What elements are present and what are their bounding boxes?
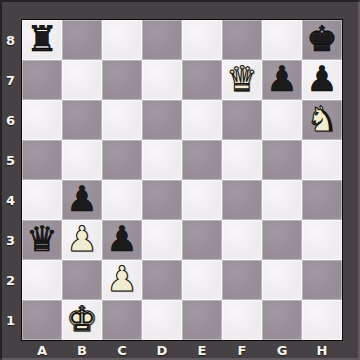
- square-e8[interactable]: [182, 20, 222, 60]
- square-b1[interactable]: ♚: [62, 300, 102, 340]
- square-b4[interactable]: ♟: [62, 180, 102, 220]
- black-pawn[interactable]: ♟: [266, 60, 297, 99]
- square-g2[interactable]: [262, 260, 302, 300]
- file-label-d: D: [142, 341, 182, 359]
- square-h1[interactable]: [302, 300, 342, 340]
- square-c4[interactable]: [102, 180, 142, 220]
- square-e5[interactable]: [182, 140, 222, 180]
- white-knight[interactable]: ♞: [306, 100, 337, 139]
- file-label-a: A: [22, 341, 62, 359]
- square-d3[interactable]: [142, 220, 182, 260]
- square-g4[interactable]: [262, 180, 302, 220]
- rank-label-6: 6: [0, 100, 21, 140]
- square-e6[interactable]: [182, 100, 222, 140]
- square-d5[interactable]: [142, 140, 182, 180]
- file-label-g: G: [262, 341, 302, 359]
- square-d2[interactable]: [142, 260, 182, 300]
- square-a3[interactable]: ♛: [22, 220, 62, 260]
- square-g3[interactable]: [262, 220, 302, 260]
- square-a5[interactable]: [22, 140, 62, 180]
- white-queen[interactable]: ♛: [226, 60, 257, 99]
- white-pawn[interactable]: ♟: [66, 220, 97, 259]
- square-e1[interactable]: [182, 300, 222, 340]
- square-f4[interactable]: [222, 180, 262, 220]
- square-g7[interactable]: ♟: [262, 60, 302, 100]
- square-h5[interactable]: [302, 140, 342, 180]
- square-g5[interactable]: [262, 140, 302, 180]
- square-b3[interactable]: ♟: [62, 220, 102, 260]
- square-d6[interactable]: [142, 100, 182, 140]
- square-c5[interactable]: [102, 140, 142, 180]
- square-g6[interactable]: [262, 100, 302, 140]
- square-a2[interactable]: [22, 260, 62, 300]
- square-h3[interactable]: [302, 220, 342, 260]
- black-pawn[interactable]: ♟: [66, 180, 97, 219]
- square-a6[interactable]: [22, 100, 62, 140]
- square-h7[interactable]: ♟: [302, 60, 342, 100]
- square-c3[interactable]: ♟: [102, 220, 142, 260]
- rank-label-7: 7: [0, 60, 21, 100]
- square-c2[interactable]: ♟: [102, 260, 142, 300]
- square-f3[interactable]: [222, 220, 262, 260]
- square-a4[interactable]: [22, 180, 62, 220]
- square-f8[interactable]: [222, 20, 262, 60]
- square-d4[interactable]: [142, 180, 182, 220]
- rank-label-8: 8: [0, 20, 21, 60]
- rank-label-5: 5: [0, 140, 21, 180]
- black-pawn[interactable]: ♟: [106, 220, 137, 259]
- square-e3[interactable]: [182, 220, 222, 260]
- square-f1[interactable]: [222, 300, 262, 340]
- square-e4[interactable]: [182, 180, 222, 220]
- square-d7[interactable]: [142, 60, 182, 100]
- square-h4[interactable]: [302, 180, 342, 220]
- chess-board: ♜♚♛♟♟♞♟♛♟♟♟♚: [21, 19, 343, 341]
- square-b2[interactable]: [62, 260, 102, 300]
- square-a1[interactable]: [22, 300, 62, 340]
- square-g1[interactable]: [262, 300, 302, 340]
- white-pawn[interactable]: ♟: [106, 260, 137, 299]
- white-king[interactable]: ♚: [66, 300, 97, 339]
- square-c1[interactable]: [102, 300, 142, 340]
- file-label-f: F: [222, 341, 262, 359]
- square-e7[interactable]: [182, 60, 222, 100]
- square-e2[interactable]: [182, 260, 222, 300]
- square-a8[interactable]: ♜: [22, 20, 62, 60]
- rank-label-3: 3: [0, 220, 21, 260]
- square-b7[interactable]: [62, 60, 102, 100]
- square-b5[interactable]: [62, 140, 102, 180]
- square-c7[interactable]: [102, 60, 142, 100]
- square-h8[interactable]: ♚: [302, 20, 342, 60]
- file-label-h: H: [302, 341, 342, 359]
- square-b8[interactable]: [62, 20, 102, 60]
- file-label-c: C: [102, 341, 142, 359]
- black-queen[interactable]: ♛: [26, 220, 57, 259]
- chess-diagram: ♜♚♛♟♟♞♟♛♟♟♟♚ 87654321 ABCDEFGH: [0, 0, 360, 360]
- square-f6[interactable]: [222, 100, 262, 140]
- square-h2[interactable]: [302, 260, 342, 300]
- black-pawn[interactable]: ♟: [306, 60, 337, 99]
- square-g8[interactable]: [262, 20, 302, 60]
- square-b6[interactable]: [62, 100, 102, 140]
- black-rook[interactable]: ♜: [26, 20, 57, 59]
- rank-label-4: 4: [0, 180, 21, 220]
- black-king[interactable]: ♚: [306, 20, 337, 59]
- square-d1[interactable]: [142, 300, 182, 340]
- rank-label-2: 2: [0, 260, 21, 300]
- rank-label-1: 1: [0, 300, 21, 340]
- square-a7[interactable]: [22, 60, 62, 100]
- square-c6[interactable]: [102, 100, 142, 140]
- square-f2[interactable]: [222, 260, 262, 300]
- square-f7[interactable]: ♛: [222, 60, 262, 100]
- square-c8[interactable]: [102, 20, 142, 60]
- file-label-b: B: [62, 341, 102, 359]
- square-f5[interactable]: [222, 140, 262, 180]
- square-h6[interactable]: ♞: [302, 100, 342, 140]
- file-label-e: E: [182, 341, 222, 359]
- square-d8[interactable]: [142, 20, 182, 60]
